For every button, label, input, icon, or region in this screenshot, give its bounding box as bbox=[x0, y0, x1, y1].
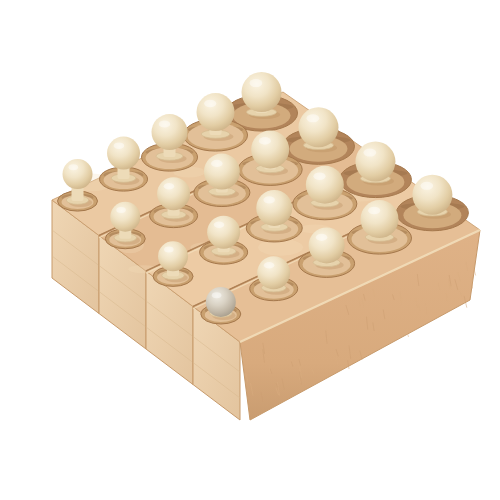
knobbed-cylinder-r1c2[interactable] bbox=[107, 137, 140, 186]
knobbed-cylinder-r4c5[interactable] bbox=[412, 175, 452, 219]
knobbed-cylinder-r1c4[interactable] bbox=[197, 93, 235, 141]
knob-highlight bbox=[316, 234, 328, 241]
knobbed-cylinder-r2c4[interactable] bbox=[251, 130, 289, 175]
knob-ball bbox=[355, 142, 395, 182]
knobbed-cylinder-r4c3[interactable] bbox=[309, 227, 345, 269]
knob-highlight bbox=[263, 196, 275, 203]
knob-ball bbox=[257, 256, 290, 289]
knob-ball bbox=[360, 200, 398, 238]
knob-ball bbox=[309, 227, 345, 263]
knob-ball bbox=[197, 93, 235, 131]
knob-highlight bbox=[164, 183, 175, 190]
knob-highlight bbox=[212, 292, 222, 298]
knob-highlight bbox=[69, 164, 79, 170]
knob-ball bbox=[251, 130, 289, 168]
knobbed-cylinder-r3c3[interactable] bbox=[256, 190, 292, 234]
knob-ball bbox=[306, 166, 344, 204]
knob-highlight bbox=[264, 262, 275, 269]
knobbed-cylinder-r2c3[interactable] bbox=[204, 154, 240, 199]
knob-highlight bbox=[211, 160, 223, 167]
knob-highlight bbox=[368, 207, 380, 215]
knobbed-cylinder-r2c5[interactable] bbox=[298, 107, 338, 152]
knob-highlight bbox=[250, 79, 263, 87]
knob-highlight bbox=[114, 142, 125, 149]
knob-ball bbox=[207, 216, 240, 249]
knob-highlight bbox=[420, 182, 433, 190]
knob-ball bbox=[256, 190, 292, 226]
knobbed-cylinder-r1c5[interactable] bbox=[242, 72, 282, 119]
knobbed-cylinder-r2c2[interactable] bbox=[157, 177, 190, 222]
knob-highlight bbox=[259, 137, 271, 145]
knobbed-cylinder-r3c2[interactable] bbox=[207, 216, 240, 259]
knob-ball bbox=[157, 177, 190, 210]
knob-highlight bbox=[164, 247, 174, 253]
knobbed-cylinder-r4c1[interactable] bbox=[206, 287, 236, 320]
knob-highlight bbox=[204, 100, 216, 108]
knob-highlight bbox=[313, 172, 325, 180]
knob-highlight bbox=[116, 207, 126, 213]
knobbed-cylinder-r3c1[interactable] bbox=[158, 241, 188, 282]
knob-highlight bbox=[306, 114, 319, 122]
knobbed-cylinder-r2c1[interactable] bbox=[110, 202, 140, 245]
knob-ball bbox=[206, 287, 236, 317]
knob-ball bbox=[152, 114, 188, 150]
cylinder-blocks-scene bbox=[0, 0, 500, 500]
knob-ball bbox=[298, 107, 338, 147]
knobbed-cylinder-r1c1[interactable] bbox=[63, 159, 93, 207]
knobbed-cylinder-r4c2[interactable] bbox=[257, 256, 290, 295]
knobbed-cylinder-r1c3[interactable] bbox=[152, 114, 188, 163]
knob-ball bbox=[158, 241, 188, 271]
product-photo bbox=[0, 0, 500, 500]
knobbed-cylinder-r3c4[interactable] bbox=[306, 166, 344, 210]
knobbed-cylinder-r4c4[interactable] bbox=[360, 200, 398, 244]
knob-ball bbox=[412, 175, 452, 215]
knobbed-cylinder-r3c5[interactable] bbox=[355, 142, 395, 186]
knob-ball bbox=[204, 154, 240, 190]
knob-ball bbox=[242, 72, 282, 112]
knob-highlight bbox=[214, 221, 225, 228]
knob-ball bbox=[107, 137, 140, 170]
knob-ball bbox=[63, 159, 93, 189]
knob-highlight bbox=[363, 149, 376, 157]
knob-highlight bbox=[159, 120, 171, 127]
knob-ball bbox=[110, 202, 140, 232]
